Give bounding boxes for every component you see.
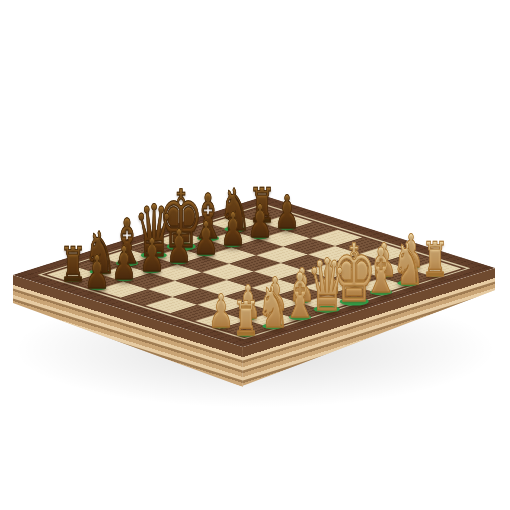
chess-set-scene: ♜♟♞♟♝♟♚♟♛♟♝♟♟♞♜♟♟♜♞♟♟♝♟♚♟♛♟♝♟♞♟♜ <box>0 0 510 510</box>
black-pawn-icon: ♟ <box>85 249 111 295</box>
pieces-layer: ♜♟♞♟♝♟♚♟♛♟♝♟♟♞♜♟♟♜♞♟♟♝♟♚♟♛♟♝♟♞♟♜ <box>0 0 510 510</box>
piece-black-pawn-a7[interactable]: ♟ <box>77 249 118 295</box>
piece-white-rook-a1[interactable]: ♜ <box>224 294 267 342</box>
white-rook-icon: ♜ <box>232 294 259 342</box>
